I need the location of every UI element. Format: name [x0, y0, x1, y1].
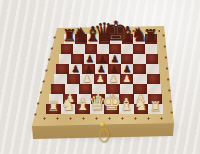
- square-h4: [147, 74, 160, 84]
- piece-white-pawn: ♟: [96, 74, 105, 84]
- square-g4: [133, 74, 146, 84]
- board-row: ♟♟♟♟: [54, 74, 160, 84]
- square-d5: ♟: [95, 64, 108, 74]
- board-row: [51, 84, 161, 94]
- square-e8: ♚: [110, 34, 122, 44]
- square-a6: [59, 54, 71, 64]
- square-d8: ♛: [99, 34, 111, 44]
- square-f1: ♝: [119, 104, 134, 114]
- brass-clasp-icon: [100, 122, 105, 127]
- piece-black-pawn: ♟: [123, 64, 132, 74]
- piece-black-pawn: ♟: [71, 64, 80, 74]
- board-row: ♜♞♝♛♚♝♞♜: [46, 104, 162, 114]
- square-a3: [51, 84, 65, 94]
- piece-black-pawn: ♟: [98, 54, 107, 64]
- square-a1: ♜: [46, 104, 61, 114]
- piece-black-pawn: ♟: [110, 54, 119, 64]
- square-f5: ♟: [121, 64, 134, 74]
- square-b4: [67, 74, 80, 84]
- square-c4: ♟: [80, 74, 93, 84]
- square-d3: [92, 84, 106, 94]
- piece-white-pawn: ♟: [136, 93, 146, 104]
- square-h2: [148, 94, 162, 104]
- piece-white-pawn: ♟: [93, 93, 103, 104]
- square-c1: ♝: [75, 104, 90, 114]
- square-b7: [73, 44, 85, 54]
- square-h3: [147, 84, 161, 94]
- square-g8: ♞: [133, 34, 145, 44]
- square-h6: [146, 54, 158, 64]
- square-f2: [119, 94, 133, 104]
- piece-white-pawn: ♟: [83, 74, 92, 84]
- square-e7: [109, 44, 121, 54]
- square-a7: [61, 44, 73, 54]
- square-a8: ♜: [64, 34, 76, 44]
- piece-black-rook: ♜: [143, 28, 158, 44]
- square-a5: [56, 64, 69, 74]
- square-h7: [145, 44, 157, 54]
- square-e3: [106, 84, 120, 94]
- square-g3: [133, 84, 147, 94]
- square-d2: ♟: [91, 94, 105, 104]
- square-b3: [65, 84, 79, 94]
- piece-white-pawn: ♟: [123, 74, 132, 84]
- square-b5: ♟: [69, 64, 82, 74]
- square-b8: ♞: [75, 34, 87, 44]
- square-d7: [97, 44, 109, 54]
- square-h5: [146, 64, 159, 74]
- piece-black-pawn: ♟: [86, 54, 95, 64]
- square-d1: ♛: [90, 104, 105, 114]
- square-g5: [133, 64, 146, 74]
- board-row: ♜♞♝♛♚♝♞♜: [64, 34, 157, 44]
- square-f3: [120, 84, 134, 94]
- square-c6: ♟: [84, 54, 96, 64]
- square-f7: [121, 44, 133, 54]
- square-d6: ♟: [96, 54, 108, 64]
- square-b1: ♞: [61, 104, 76, 114]
- square-f4: ♟: [120, 74, 133, 84]
- piece-white-pawn: ♟: [65, 93, 75, 104]
- square-c2: [77, 94, 91, 104]
- square-c3: [79, 84, 93, 94]
- square-g7: [133, 44, 145, 54]
- product-photo: ♜♞♝♛♚♝♞♜♟♟♟♟♟♟♟♟♟♟♟♟♟♟♟♟♜♞♝♛♚♝♞♜: [0, 0, 200, 154]
- square-h1: ♜: [148, 104, 163, 114]
- piece-black-pawn: ♟: [110, 64, 119, 74]
- square-b6: [71, 54, 83, 64]
- square-c7: [85, 44, 97, 54]
- square-g2: ♟: [134, 94, 148, 104]
- square-f6: [121, 54, 133, 64]
- square-e1: ♚: [104, 104, 119, 114]
- square-g1: ♞: [134, 104, 149, 114]
- piece-black-pawn: ♟: [84, 64, 93, 74]
- square-e6: ♟: [109, 54, 121, 64]
- square-c8: ♝: [87, 34, 99, 44]
- square-b2: ♟: [63, 94, 77, 104]
- piece-white-pawn: ♟: [107, 93, 117, 104]
- piece-black-pawn: ♟: [97, 64, 106, 74]
- board-row: ♟♟♟♟♟: [56, 64, 159, 74]
- piece-white-pawn: ♟: [109, 74, 118, 84]
- square-e5: ♟: [108, 64, 121, 74]
- board-row: ♟♟♟♟: [49, 94, 162, 104]
- square-c5: ♟: [82, 64, 95, 74]
- board-row: [61, 44, 157, 54]
- board-row: ♟♟♟: [59, 54, 158, 64]
- square-d4: ♟: [94, 74, 107, 84]
- square-a4: [54, 74, 67, 84]
- square-e4: ♟: [107, 74, 120, 84]
- square-g6: [133, 54, 145, 64]
- square-e2: ♟: [105, 94, 119, 104]
- brass-clasp-icon: [99, 128, 109, 142]
- square-f8: ♝: [122, 34, 134, 44]
- square-a2: [49, 94, 63, 104]
- square-h8: ♜: [145, 34, 157, 44]
